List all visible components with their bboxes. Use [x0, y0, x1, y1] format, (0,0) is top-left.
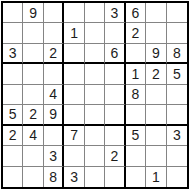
- cell-r3c2[interactable]: [23, 44, 43, 64]
- cell-r1c3[interactable]: [44, 3, 64, 23]
- cell-r6c6[interactable]: [105, 105, 125, 125]
- cell-r4c8: 2: [146, 64, 166, 84]
- cell-r9c9[interactable]: [167, 167, 187, 187]
- cell-r1c1[interactable]: [3, 3, 23, 23]
- cell-r4c9: 5: [167, 64, 187, 84]
- cell-r2c1[interactable]: [3, 23, 23, 43]
- cell-r3c6: 6: [105, 44, 125, 64]
- cell-r8c2[interactable]: [23, 146, 43, 166]
- cell-r3c9: 8: [167, 44, 187, 64]
- cell-r3c5[interactable]: [85, 44, 105, 64]
- cell-r2c3[interactable]: [44, 23, 64, 43]
- cell-r5c1[interactable]: [3, 85, 23, 105]
- cell-r7c1: 2: [3, 126, 23, 146]
- cell-r7c4: 7: [64, 126, 84, 146]
- cell-r7c2: 4: [23, 126, 43, 146]
- cell-r5c4[interactable]: [64, 85, 84, 105]
- cell-r3c8: 9: [146, 44, 166, 64]
- cell-r2c5[interactable]: [85, 23, 105, 43]
- cell-r4c4[interactable]: [64, 64, 84, 84]
- cell-r5c2[interactable]: [23, 85, 43, 105]
- cell-r1c2: 9: [23, 3, 43, 23]
- cell-r2c8[interactable]: [146, 23, 166, 43]
- cell-r2c6[interactable]: [105, 23, 125, 43]
- cell-r5c3: 4: [44, 85, 64, 105]
- cell-r4c6[interactable]: [105, 64, 125, 84]
- cell-r1c4[interactable]: [64, 3, 84, 23]
- cell-r8c7[interactable]: [126, 146, 146, 166]
- cell-r5c8[interactable]: [146, 85, 166, 105]
- cell-r9c1[interactable]: [3, 167, 23, 187]
- cell-r4c7: 1: [126, 64, 146, 84]
- cell-r6c3: 9: [44, 105, 64, 125]
- cell-r4c1[interactable]: [3, 64, 23, 84]
- cell-r9c5[interactable]: [85, 167, 105, 187]
- cell-r3c7[interactable]: [126, 44, 146, 64]
- cell-r5c6[interactable]: [105, 85, 125, 105]
- cell-r7c7: 5: [126, 126, 146, 146]
- cell-r7c5[interactable]: [85, 126, 105, 146]
- cell-r8c3: 3: [44, 146, 64, 166]
- cell-r1c5[interactable]: [85, 3, 105, 23]
- sudoku-page: 9361232698125485292475332831: [0, 0, 190, 190]
- cell-r8c9[interactable]: [167, 146, 187, 166]
- cell-r9c3: 8: [44, 167, 64, 187]
- cell-r4c5[interactable]: [85, 64, 105, 84]
- cell-r8c8[interactable]: [146, 146, 166, 166]
- cell-r6c8[interactable]: [146, 105, 166, 125]
- cell-r3c1: 3: [3, 44, 23, 64]
- cell-r9c4: 3: [64, 167, 84, 187]
- cell-r6c2: 2: [23, 105, 43, 125]
- cell-r4c3[interactable]: [44, 64, 64, 84]
- cell-r1c7: 6: [126, 3, 146, 23]
- cell-r1c9[interactable]: [167, 3, 187, 23]
- cell-r2c9[interactable]: [167, 23, 187, 43]
- cell-r5c9[interactable]: [167, 85, 187, 105]
- cell-r8c6: 2: [105, 146, 125, 166]
- cell-r3c3: 2: [44, 44, 64, 64]
- cell-r4c2[interactable]: [23, 64, 43, 84]
- sudoku-board: 9361232698125485292475332831: [1, 1, 189, 189]
- cell-r6c7[interactable]: [126, 105, 146, 125]
- cell-r7c6[interactable]: [105, 126, 125, 146]
- cell-r6c9[interactable]: [167, 105, 187, 125]
- cell-r1c8[interactable]: [146, 3, 166, 23]
- cell-r1c6: 3: [105, 3, 125, 23]
- cell-r2c7: 2: [126, 23, 146, 43]
- cell-r6c1: 5: [3, 105, 23, 125]
- cell-r9c6[interactable]: [105, 167, 125, 187]
- cell-r2c4: 1: [64, 23, 84, 43]
- cell-r7c3[interactable]: [44, 126, 64, 146]
- cell-r7c9: 3: [167, 126, 187, 146]
- cell-r5c7: 8: [126, 85, 146, 105]
- cell-r8c5[interactable]: [85, 146, 105, 166]
- cell-r3c4[interactable]: [64, 44, 84, 64]
- cell-r9c7[interactable]: [126, 167, 146, 187]
- cell-r5c5[interactable]: [85, 85, 105, 105]
- cell-r7c8[interactable]: [146, 126, 166, 146]
- cell-r9c2[interactable]: [23, 167, 43, 187]
- cell-r6c5[interactable]: [85, 105, 105, 125]
- cell-r8c4[interactable]: [64, 146, 84, 166]
- cell-r2c2[interactable]: [23, 23, 43, 43]
- cell-r9c8: 1: [146, 167, 166, 187]
- cell-r6c4[interactable]: [64, 105, 84, 125]
- cell-r8c1[interactable]: [3, 146, 23, 166]
